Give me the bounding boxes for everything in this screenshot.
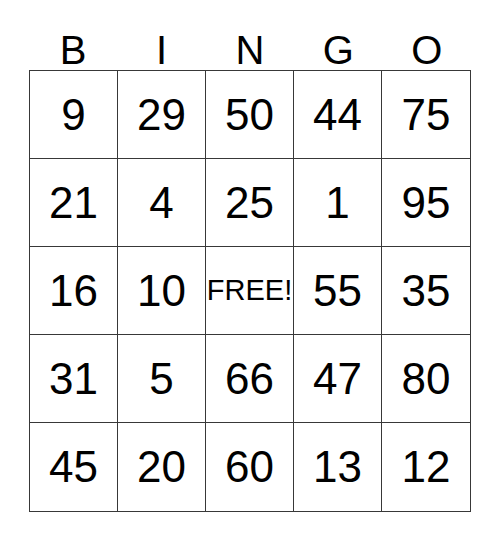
bingo-cell[interactable]: 60 [206, 423, 294, 511]
bingo-cell[interactable]: 47 [294, 335, 382, 423]
bingo-cell[interactable]: 35 [382, 247, 470, 335]
bingo-cell[interactable]: 10 [118, 247, 206, 335]
bingo-cell[interactable]: 29 [118, 71, 206, 159]
column-letter-b: B [60, 30, 87, 70]
bingo-cell[interactable]: 5 [118, 335, 206, 423]
column-letter-n: N [236, 30, 265, 70]
bingo-cell[interactable]: 16 [30, 247, 118, 335]
bingo-cell[interactable]: 12 [382, 423, 470, 511]
bingo-card: B I N G O 9 29 50 44 75 21 4 25 1 95 16 … [0, 0, 500, 544]
column-letter-i: I [156, 30, 167, 70]
board-grid: 9 29 50 44 75 21 4 25 1 95 16 10 FREE! 5… [29, 70, 471, 512]
bingo-cell[interactable]: 25 [206, 159, 294, 247]
bingo-cell[interactable]: 66 [206, 335, 294, 423]
bingo-cell[interactable]: 9 [30, 71, 118, 159]
bingo-cell[interactable]: 80 [382, 335, 470, 423]
bingo-cell[interactable]: 95 [382, 159, 470, 247]
bingo-cell[interactable]: 13 [294, 423, 382, 511]
column-letter-g: G [323, 30, 354, 70]
free-space-cell[interactable]: FREE! [206, 247, 294, 335]
bingo-cell[interactable]: 20 [118, 423, 206, 511]
column-letter-o: O [411, 30, 442, 70]
bingo-cell[interactable]: 50 [206, 71, 294, 159]
bingo-cell[interactable]: 55 [294, 247, 382, 335]
bingo-cell[interactable]: 45 [30, 423, 118, 511]
header-row: B I N G O [29, 0, 471, 70]
bingo-cell[interactable]: 75 [382, 71, 470, 159]
bingo-cell[interactable]: 4 [118, 159, 206, 247]
bingo-cell[interactable]: 31 [30, 335, 118, 423]
bingo-cell[interactable]: 1 [294, 159, 382, 247]
bingo-cell[interactable]: 21 [30, 159, 118, 247]
bingo-cell[interactable]: 44 [294, 71, 382, 159]
